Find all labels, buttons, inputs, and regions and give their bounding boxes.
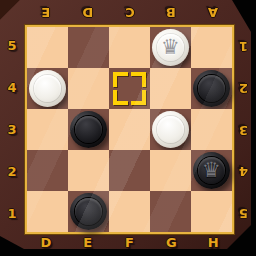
file-top-label-C: C: [109, 1, 151, 25]
square-G4[interactable]: [150, 68, 191, 109]
file-top-label-A: A: [192, 1, 234, 25]
square-E4[interactable]: [68, 68, 109, 109]
black-man-piece[interactable]: [70, 193, 107, 230]
square-H2[interactable]: ♛: [191, 150, 232, 191]
bracket-corner-br: [131, 90, 146, 105]
file-bottom-label-D: D: [25, 235, 67, 250]
rank-right-label-2: 2: [236, 67, 251, 109]
square-D3[interactable]: [27, 109, 68, 150]
file-top-label-D: D: [67, 1, 109, 25]
rank-right-label-4: 4: [236, 150, 251, 192]
black-king-piece[interactable]: ♛: [193, 152, 230, 189]
file-top-label-E: E: [25, 1, 67, 25]
rank-right-label-5: 5: [236, 192, 251, 234]
file-bottom-label-E: E: [67, 235, 109, 250]
rank-left-label-4: 4: [1, 67, 23, 109]
king-crown-icon: ♛: [161, 37, 180, 58]
square-D5[interactable]: [27, 27, 68, 68]
rank-labels-left: 54321: [1, 25, 23, 234]
file-bottom-label-F: F: [109, 235, 151, 250]
square-F3[interactable]: [109, 109, 150, 150]
rank-left-label-1: 1: [1, 192, 23, 234]
white-king-piece[interactable]: ♛: [152, 29, 189, 66]
square-F4[interactable]: [109, 68, 150, 109]
rank-left-label-2: 2: [1, 150, 23, 192]
rank-right-label-3: 3: [236, 109, 251, 151]
file-bottom-label-G: G: [150, 235, 192, 250]
square-H4[interactable]: [191, 68, 232, 109]
file-bottom-label-H: H: [192, 235, 234, 250]
black-man-piece[interactable]: [193, 70, 230, 107]
white-man-piece[interactable]: [152, 111, 189, 148]
square-E1[interactable]: [68, 191, 109, 232]
square-D2[interactable]: [27, 150, 68, 191]
square-H5[interactable]: [191, 27, 232, 68]
bracket-corner-tl: [113, 72, 128, 87]
rank-right-label-1: 1: [236, 25, 251, 67]
bracket-corner-bl: [113, 90, 128, 105]
square-G5[interactable]: ♛: [150, 27, 191, 68]
king-crown-icon: ♛: [202, 160, 221, 181]
square-D4[interactable]: [27, 68, 68, 109]
bracket-corner-tr: [131, 72, 146, 87]
file-top-label-B: B: [150, 1, 192, 25]
file-labels-bottom: DEFGH: [25, 235, 234, 250]
square-G3[interactable]: [150, 109, 191, 150]
rank-left-label-3: 3: [1, 109, 23, 151]
square-F5[interactable]: [109, 27, 150, 68]
square-F1[interactable]: [109, 191, 150, 232]
square-F2[interactable]: [109, 150, 150, 191]
square-H3[interactable]: [191, 109, 232, 150]
rank-left-label-5: 5: [1, 25, 23, 67]
square-E5[interactable]: [68, 27, 109, 68]
square-G1[interactable]: [150, 191, 191, 232]
target-bracket: [113, 72, 146, 105]
square-G2[interactable]: [150, 150, 191, 191]
board-grid: ♛♛: [27, 27, 232, 232]
rank-labels-right: 12345: [236, 25, 251, 234]
checkers-game-screen: EDCBA DEFGH 54321 12345 ♛♛: [0, 0, 256, 256]
square-E3[interactable]: [68, 109, 109, 150]
black-man-piece[interactable]: [70, 111, 107, 148]
board-border: ♛♛: [25, 25, 234, 234]
square-H1[interactable]: [191, 191, 232, 232]
square-D1[interactable]: [27, 191, 68, 232]
file-labels-top: EDCBA: [25, 1, 234, 25]
square-E2[interactable]: [68, 150, 109, 191]
frame-corner-chamfer: [0, 0, 20, 20]
white-man-piece[interactable]: [29, 70, 66, 107]
